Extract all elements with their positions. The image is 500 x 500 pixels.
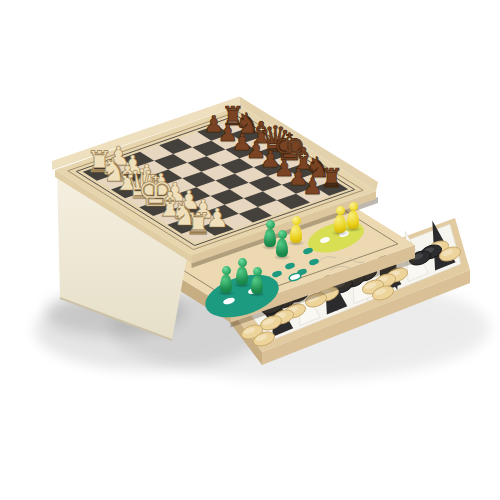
ludo-pawn-green[interactable]: [250, 267, 264, 294]
pawn-head: [222, 266, 231, 275]
pawn-head: [253, 267, 262, 276]
ludo-pawn-yellow[interactable]: [289, 216, 303, 243]
pawn-body: [251, 276, 263, 294]
pawn-head: [349, 202, 358, 211]
ludo-pawn-yellow[interactable]: [333, 206, 347, 233]
chess-piece-dark-R[interactable]: ♜: [320, 165, 343, 191]
pawn-head: [266, 220, 275, 229]
chess-piece-white-R[interactable]: ♜: [185, 208, 212, 238]
pawn-body: [276, 239, 288, 257]
game-box-scene: [0, 0, 500, 500]
pawn-body: [334, 215, 346, 233]
pawn-body: [347, 211, 359, 229]
pawn-body: [220, 275, 232, 293]
pawn-body: [236, 267, 248, 285]
pawn-body: [290, 225, 302, 243]
ludo-pawn-green[interactable]: [219, 266, 233, 293]
ludo-pawn-yellow[interactable]: [346, 202, 360, 229]
ludo-pawn-green[interactable]: [275, 230, 289, 257]
pawn-head: [238, 258, 247, 267]
pawn-head: [292, 216, 301, 225]
product-photo-stage: Wooden 5-in-1 game box: chess board on t…: [0, 0, 500, 500]
ludo-pawn-green[interactable]: [235, 258, 249, 285]
pawn-head: [336, 206, 345, 215]
chess-piece-dark-P[interactable]: ♟: [302, 175, 323, 198]
pawn-head: [278, 230, 287, 239]
